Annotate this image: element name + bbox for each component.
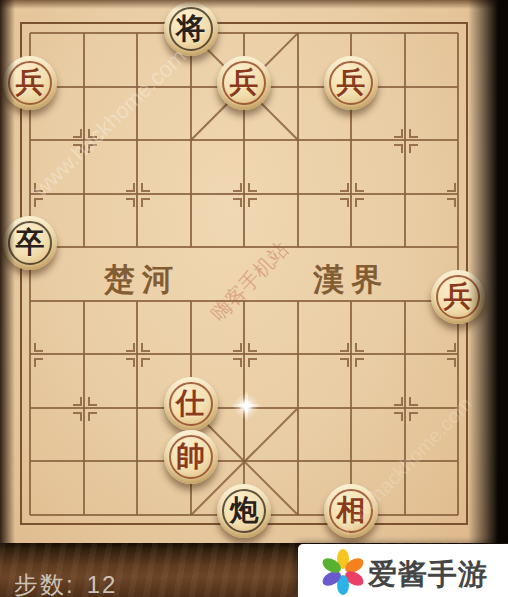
point-marker	[394, 144, 403, 153]
game-screen: 楚河 漢界 将兵兵兵卒兵仕帥炮相 www.hackhome.com 嗨客手机站 …	[0, 0, 508, 597]
point-marker	[141, 343, 150, 352]
point-marker	[355, 343, 364, 352]
point-marker	[141, 198, 150, 207]
point-marker	[34, 343, 43, 352]
point-marker	[409, 144, 418, 153]
point-marker	[409, 397, 418, 406]
point-marker	[34, 183, 43, 192]
piece-red-elephant[interactable]: 相	[324, 484, 378, 538]
piece-black-general[interactable]: 将	[164, 2, 218, 56]
point-marker	[248, 198, 257, 207]
point-marker	[394, 412, 403, 421]
point-marker	[126, 183, 135, 192]
piece-character: 仕	[164, 377, 218, 431]
point-marker	[409, 129, 418, 138]
point-marker	[340, 343, 349, 352]
point-marker	[233, 343, 242, 352]
move-highlight-sparkle	[233, 393, 259, 419]
board-grid-line	[350, 301, 352, 515]
point-marker	[233, 358, 242, 367]
point-marker	[88, 412, 97, 421]
board-grid-line	[136, 301, 138, 515]
point-marker	[88, 129, 97, 138]
point-marker	[394, 129, 403, 138]
point-marker	[447, 343, 456, 352]
piece-red-general[interactable]: 帥	[164, 430, 218, 484]
point-marker	[248, 343, 257, 352]
point-marker	[233, 183, 242, 192]
river-label-right: 漢界	[313, 259, 389, 301]
point-marker	[34, 358, 43, 367]
point-marker	[340, 358, 349, 367]
point-marker	[141, 183, 150, 192]
step-counter-value: 12	[87, 571, 118, 597]
point-marker	[409, 412, 418, 421]
piece-red-soldier[interactable]: 兵	[217, 56, 271, 110]
point-marker	[73, 144, 82, 153]
piece-black-soldier[interactable]: 卒	[3, 216, 57, 270]
site-logo-text: 爱酱手游网	[368, 555, 508, 597]
point-marker	[73, 129, 82, 138]
point-marker	[126, 343, 135, 352]
piece-red-soldier[interactable]: 兵	[431, 270, 485, 324]
point-marker	[447, 183, 456, 192]
piece-character: 帥	[164, 430, 218, 484]
board-grid-line	[83, 301, 85, 515]
point-marker	[88, 397, 97, 406]
point-marker	[141, 358, 150, 367]
piece-character: 兵	[324, 56, 378, 110]
piece-character: 卒	[3, 216, 57, 270]
step-counter-label: 步数:	[14, 571, 75, 597]
board-grid-line	[83, 33, 85, 247]
point-marker	[355, 358, 364, 367]
point-marker	[34, 198, 43, 207]
xiangqi-board[interactable]: 楚河 漢界 将兵兵兵卒兵仕帥炮相	[0, 0, 508, 597]
piece-character: 兵	[3, 56, 57, 110]
piece-red-advisor[interactable]: 仕	[164, 377, 218, 431]
point-marker	[355, 183, 364, 192]
piece-character: 兵	[431, 270, 485, 324]
point-marker	[233, 198, 242, 207]
point-marker	[447, 358, 456, 367]
piece-character: 将	[164, 2, 218, 56]
site-logo: 爱酱手游网	[298, 544, 508, 597]
board-grid-line	[404, 33, 406, 247]
piece-character: 炮	[217, 484, 271, 538]
point-marker	[248, 183, 257, 192]
board-grid-line	[404, 301, 406, 515]
piece-red-soldier[interactable]: 兵	[3, 56, 57, 110]
piece-black-cannon[interactable]: 炮	[217, 484, 271, 538]
river-label-left: 楚河	[104, 259, 180, 301]
flower-logo-icon	[321, 546, 365, 596]
piece-character: 相	[324, 484, 378, 538]
point-marker	[248, 358, 257, 367]
point-marker	[126, 358, 135, 367]
piece-red-soldier[interactable]: 兵	[324, 56, 378, 110]
point-marker	[394, 397, 403, 406]
point-marker	[355, 198, 364, 207]
point-marker	[340, 183, 349, 192]
point-marker	[340, 198, 349, 207]
piece-character: 兵	[217, 56, 271, 110]
board-grid-line	[136, 33, 138, 247]
point-marker	[126, 198, 135, 207]
point-marker	[447, 198, 456, 207]
step-counter: 步数:12	[14, 569, 117, 597]
point-marker	[73, 397, 82, 406]
point-marker	[73, 412, 82, 421]
point-marker	[88, 144, 97, 153]
